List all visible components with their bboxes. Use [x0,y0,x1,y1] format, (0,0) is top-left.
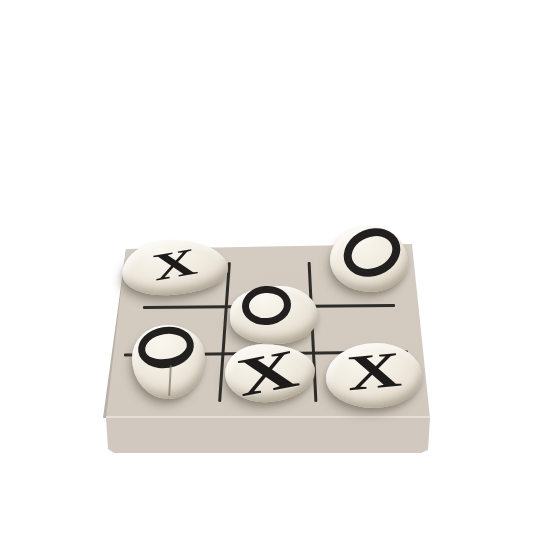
o-ring-mark [336,220,407,285]
x-mark: X [345,343,403,398]
o-ring-mark [240,284,292,327]
stone-o-center[interactable] [230,286,318,344]
x-mark: X [232,341,302,406]
board-edge-highlight [106,416,430,418]
stone-crack [168,365,171,396]
stone-x-bottom-right[interactable]: X [326,343,422,408]
product-photo-tic-tac-toe: X X X [0,0,533,533]
x-mark: X [150,241,200,286]
stone-o-top-right[interactable] [330,226,408,292]
